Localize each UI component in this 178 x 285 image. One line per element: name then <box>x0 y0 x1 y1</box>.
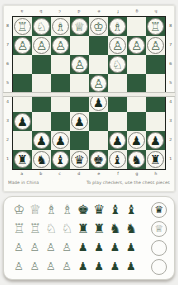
rank-label-right-6: 6 <box>167 57 173 70</box>
tray-piece-black-pawn-4-8: ♟ <box>126 261 136 272</box>
tray-row-1: ♔♕♗♗♚♛♝♝♛ <box>11 200 169 219</box>
piece-black-bishop-c1[interactable]: ♝ <box>52 151 69 168</box>
file-label-bottom-e: e <box>97 172 100 176</box>
tray-piece-white-bishop-1-4: ♗ <box>61 203 73 216</box>
tray-empty-well <box>151 259 167 275</box>
tray-piece-black-bishop-1-8: ♝ <box>125 203 137 216</box>
square-a2 <box>13 131 32 150</box>
rank-label-left-7: 7 <box>4 38 10 51</box>
square-h5 <box>146 74 165 93</box>
square-b2: ♟ <box>32 131 51 150</box>
pieces-tray: ♔♕♗♗♚♛♝♝♛♖♖♘♘♜♜♞♞♕♙♙♙♙♟♟♟♟♙♙♙♙♟♟♟♟ <box>3 196 175 280</box>
square-d6: ♙ <box>70 55 89 74</box>
piece-black-pawn-f2[interactable]: ♟ <box>109 132 126 149</box>
square-d2 <box>70 131 89 150</box>
piece-white-rook-a8[interactable]: ♖ <box>14 18 31 35</box>
square-a6 <box>13 55 32 74</box>
caption-row: Made in China To play checkers, use the … <box>3 178 175 188</box>
square-c7: ♙ <box>51 36 70 55</box>
tray-piece-black-rook-2-5: ♜ <box>77 222 89 235</box>
piece-black-rook-h1[interactable]: ♜ <box>147 151 164 168</box>
square-h8: ♖ <box>146 17 165 36</box>
piece-white-knight-f6[interactable]: ♘ <box>109 56 126 73</box>
tray-empty-well <box>151 240 167 256</box>
tray-piece-white-pawn-3-2: ♙ <box>30 242 40 253</box>
square-b8: ♘ <box>32 17 51 36</box>
square-d1: ♛ <box>70 150 89 169</box>
square-f8: ♗ <box>108 17 127 36</box>
square-a1: ♜ <box>13 150 32 169</box>
rank-label-right-1: 1 <box>167 152 173 165</box>
tray-piece-black-rook-2-6: ♜ <box>93 222 105 235</box>
tray-row-4: ♙♙♙♙♟♟♟♟ <box>11 257 169 276</box>
square-h1: ♜ <box>146 150 165 169</box>
piece-white-pawn-e5[interactable]: ♙ <box>90 75 107 92</box>
square-g1: ♞ <box>127 150 146 169</box>
tray-piece-black-king-1-5: ♚ <box>77 203 89 216</box>
rank-label-right-2: 2 <box>167 133 173 146</box>
square-c6 <box>51 55 70 74</box>
file-label-top-f: f <box>117 9 118 13</box>
square-g5 <box>127 74 146 93</box>
piece-black-king-e1[interactable]: ♚ <box>90 151 107 168</box>
rank-label-left-1: 1 <box>4 152 10 165</box>
square-c3 <box>51 112 70 131</box>
tray-piece-white-pawn-3-1: ♙ <box>14 242 24 253</box>
piece-black-bishop-f1[interactable]: ♝ <box>109 151 126 168</box>
square-f5 <box>108 74 127 93</box>
square-g8 <box>127 17 146 36</box>
piece-white-pawn-d6[interactable]: ♙ <box>71 56 88 73</box>
square-e1: ♚ <box>89 150 108 169</box>
piece-white-pawn-g7[interactable]: ♙ <box>128 37 145 54</box>
file-label-top-a: a <box>20 9 23 13</box>
square-h6 <box>146 55 165 74</box>
piece-white-pawn-c7[interactable]: ♙ <box>52 37 69 54</box>
tray-disc-white-queen[interactable]: ♕ <box>151 221 167 237</box>
file-label-bottom-h: h <box>155 172 158 176</box>
tray-piece-white-knight-2-4: ♘ <box>61 222 73 235</box>
tray-piece-black-pawn-4-7: ♟ <box>110 261 120 272</box>
piece-white-bishop-c8[interactable]: ♗ <box>52 18 69 35</box>
square-b7: ♙ <box>32 36 51 55</box>
rank-label-left-5: 5 <box>4 76 10 89</box>
square-e8: ♔ <box>89 17 108 36</box>
file-label-top-e: e <box>97 9 100 13</box>
square-e7 <box>89 36 108 55</box>
square-f6: ♘ <box>108 55 127 74</box>
rank-label-right-5: 5 <box>167 76 173 89</box>
square-h7: ♙ <box>146 36 165 55</box>
file-label-bottom-f: f <box>117 172 118 176</box>
tray-piece-white-rook-2-2: ♖ <box>29 222 41 235</box>
square-f2: ♟ <box>108 131 127 150</box>
tray-piece-black-pawn-3-5: ♟ <box>78 242 88 253</box>
tray-piece-white-pawn-4-4: ♙ <box>62 261 72 272</box>
square-e3 <box>89 112 108 131</box>
rank-label-left-2: 2 <box>4 133 10 146</box>
file-label-top-c: c <box>59 9 61 13</box>
square-f3 <box>108 112 127 131</box>
piece-black-pawn-d3[interactable]: ♟ <box>71 113 88 130</box>
piece-black-pawn-h2[interactable]: ♟ <box>147 132 164 149</box>
file-label-top-d: d <box>78 9 81 13</box>
file-labels-top: abcdefgh <box>12 6 166 16</box>
fold-seam <box>3 92 175 97</box>
file-label-top-g: g <box>136 9 139 13</box>
file-label-top-b: b <box>40 9 43 13</box>
rank-label-left-6: 6 <box>4 57 10 70</box>
checkers-note-label: To play checkers, use the chess pieces <box>87 181 170 185</box>
file-label-bottom-a: a <box>20 172 23 176</box>
square-e2 <box>89 131 108 150</box>
piece-black-queen-d1[interactable]: ♛ <box>71 151 88 168</box>
piece-white-knight-b8[interactable]: ♘ <box>33 18 50 35</box>
square-a5 <box>13 74 32 93</box>
tray-piece-black-knight-2-8: ♞ <box>125 222 137 235</box>
tray-piece-black-pawn-3-7: ♟ <box>110 242 120 253</box>
square-h3 <box>146 112 165 131</box>
square-a3: ♟ <box>13 112 32 131</box>
tray-piece-white-knight-2-3: ♘ <box>45 222 57 235</box>
square-d7 <box>70 36 89 55</box>
tray-piece-black-pawn-4-6: ♟ <box>94 261 104 272</box>
file-label-bottom-c: c <box>59 172 61 176</box>
square-b3 <box>32 112 51 131</box>
rank-label-right-8: 8 <box>167 19 173 32</box>
file-label-bottom-g: g <box>136 172 139 176</box>
rank-label-right-7: 7 <box>167 38 173 51</box>
tray-piece-black-pawn-4-5: ♟ <box>78 261 88 272</box>
square-b1: ♞ <box>32 150 51 169</box>
square-b5 <box>32 74 51 93</box>
tray-piece-white-pawn-3-3: ♙ <box>46 242 56 253</box>
file-labels-bottom: abcdefgh <box>12 170 166 178</box>
square-a7: ♙ <box>13 36 32 55</box>
piece-black-knight-b1[interactable]: ♞ <box>33 151 50 168</box>
square-e6 <box>89 55 108 74</box>
made-in-label: Made in China <box>8 181 39 185</box>
piece-white-rook-h8[interactable]: ♖ <box>147 18 164 35</box>
rank-label-right-3: 3 <box>167 114 173 127</box>
square-d8: ♕ <box>70 17 89 36</box>
square-c8: ♗ <box>51 17 70 36</box>
tray-piece-white-bishop-1-3: ♗ <box>45 203 57 216</box>
square-g3 <box>127 112 146 131</box>
piece-white-pawn-h7[interactable]: ♙ <box>147 37 164 54</box>
square-h2: ♟ <box>146 131 165 150</box>
piece-black-pawn-g2[interactable]: ♟ <box>128 132 145 149</box>
square-b6 <box>32 55 51 74</box>
piece-black-pawn-b2[interactable]: ♟ <box>33 132 50 149</box>
rank-label-left-3: 3 <box>4 114 10 127</box>
tray-piece-white-queen-1-2: ♕ <box>29 203 41 216</box>
tray-piece-white-pawn-4-3: ♙ <box>46 261 56 272</box>
square-a8: ♖ <box>13 17 32 36</box>
piece-black-rook-a1[interactable]: ♜ <box>14 151 31 168</box>
square-g7: ♙ <box>127 36 146 55</box>
tray-piece-black-knight-2-7: ♞ <box>109 222 121 235</box>
tray-piece-white-pawn-4-2: ♙ <box>30 261 40 272</box>
piece-black-knight-g1[interactable]: ♞ <box>128 151 145 168</box>
piece-white-pawn-b7[interactable]: ♙ <box>33 37 50 54</box>
square-g6 <box>127 55 146 74</box>
square-d5 <box>70 74 89 93</box>
square-c2: ♟ <box>51 131 70 150</box>
square-d3: ♟ <box>70 112 89 131</box>
square-f1: ♝ <box>108 150 127 169</box>
file-label-bottom-b: b <box>40 172 43 176</box>
tray-piece-black-queen-1-6: ♛ <box>93 203 105 216</box>
tray-piece-white-king-1-1: ♔ <box>13 203 25 216</box>
piece-white-pawn-a7[interactable]: ♙ <box>14 37 31 54</box>
board-sheet: abcdefgh 87654321 ♖♘♗♕♔♗♖♙♙♙♙♙♙♙♘♙♟♟♟♟♟♟… <box>3 5 175 192</box>
file-label-top-h: h <box>155 9 158 13</box>
piece-white-king-e8[interactable]: ♔ <box>90 18 107 35</box>
piece-white-queen-d8[interactable]: ♕ <box>71 18 88 35</box>
piece-white-bishop-f8[interactable]: ♗ <box>109 18 126 35</box>
rank-label-left-8: 8 <box>4 19 10 32</box>
tray-piece-black-pawn-3-8: ♟ <box>126 242 136 253</box>
file-label-bottom-d: d <box>78 172 81 176</box>
tray-disc-black-queen[interactable]: ♛ <box>151 202 167 218</box>
piece-white-pawn-f7[interactable]: ♙ <box>109 37 126 54</box>
tray-piece-white-rook-2-1: ♖ <box>13 222 25 235</box>
square-e5: ♙ <box>89 74 108 93</box>
tray-piece-black-bishop-1-7: ♝ <box>109 203 121 216</box>
tray-row-3: ♙♙♙♙♟♟♟♟ <box>11 238 169 257</box>
piece-black-pawn-a3[interactable]: ♟ <box>14 113 31 130</box>
square-g2: ♟ <box>127 131 146 150</box>
tray-piece-white-pawn-3-4: ♙ <box>62 242 72 253</box>
square-c1: ♝ <box>51 150 70 169</box>
piece-black-pawn-c2[interactable]: ♟ <box>52 132 69 149</box>
square-f7: ♙ <box>108 36 127 55</box>
tray-piece-black-pawn-3-6: ♟ <box>94 242 104 253</box>
tray-row-2: ♖♖♘♘♜♜♞♞♕ <box>11 219 169 238</box>
tray-piece-white-pawn-4-1: ♙ <box>14 261 24 272</box>
square-c5 <box>51 74 70 93</box>
